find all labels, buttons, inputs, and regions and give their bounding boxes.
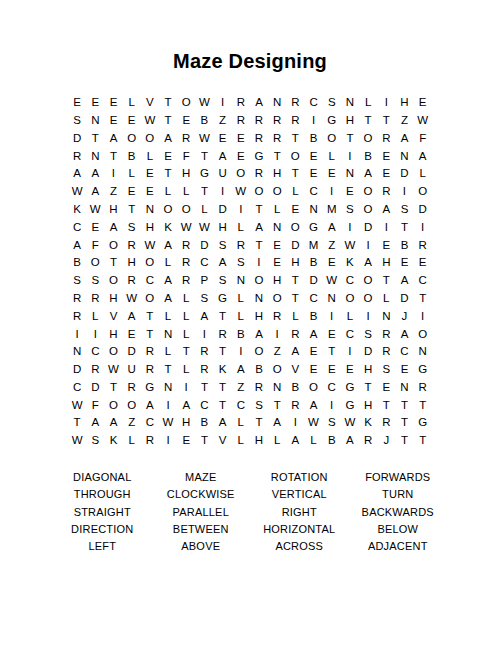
grid-cell[interactable]: O [123, 397, 141, 415]
grid-cell[interactable]: N [395, 379, 413, 397]
grid-cell[interactable]: C [304, 290, 322, 308]
grid-cell[interactable]: W [104, 361, 122, 379]
grid-cell[interactable]: R [177, 254, 195, 272]
grid-cell[interactable]: I [341, 343, 359, 361]
grid-cell[interactable]: H [214, 219, 232, 237]
grid-cell[interactable]: F [86, 236, 104, 254]
grid-cell[interactable]: I [250, 254, 268, 272]
grid-cell[interactable]: O [250, 343, 268, 361]
grid-cell[interactable]: R [250, 379, 268, 397]
grid-cell[interactable]: N [268, 379, 286, 397]
grid-cell[interactable]: E [304, 343, 322, 361]
grid-cell[interactable]: N [304, 201, 322, 219]
grid-cell[interactable]: O [232, 165, 250, 183]
grid-cell[interactable]: A [195, 308, 213, 326]
grid-cell[interactable]: O [286, 219, 304, 237]
grid-cell[interactable]: J [377, 432, 395, 450]
grid-cell[interactable]: A [268, 414, 286, 432]
grid-cell[interactable]: T [395, 219, 413, 237]
grid-cell[interactable]: E [323, 165, 341, 183]
grid-cell[interactable]: O [359, 272, 377, 290]
grid-cell[interactable]: E [68, 94, 86, 112]
grid-cell[interactable]: H [104, 325, 122, 343]
grid-cell[interactable]: W [159, 414, 177, 432]
grid-cell[interactable]: A [359, 254, 377, 272]
grid-cell[interactable]: A [86, 414, 104, 432]
grid-cell[interactable]: B [195, 112, 213, 130]
grid-cell[interactable]: N [232, 272, 250, 290]
grid-cell[interactable]: E [104, 112, 122, 130]
grid-cell[interactable]: R [250, 130, 268, 148]
grid-cell[interactable]: L [377, 290, 395, 308]
grid-cell[interactable]: S [341, 201, 359, 219]
grid-cell[interactable]: R [377, 414, 395, 432]
grid-cell[interactable]: C [414, 272, 432, 290]
grid-cell[interactable]: R [377, 183, 395, 201]
grid-cell[interactable]: T [359, 112, 377, 130]
grid-cell[interactable]: A [141, 397, 159, 415]
grid-cell[interactable]: A [86, 165, 104, 183]
grid-cell[interactable]: S [323, 414, 341, 432]
grid-cell[interactable]: E [268, 254, 286, 272]
grid-cell[interactable]: G [250, 147, 268, 165]
grid-cell[interactable]: L [232, 308, 250, 326]
grid-cell[interactable]: B [250, 361, 268, 379]
grid-cell[interactable]: Z [104, 183, 122, 201]
grid-cell[interactable]: I [323, 397, 341, 415]
grid-cell[interactable]: F [86, 397, 104, 415]
grid-cell[interactable]: D [359, 343, 377, 361]
grid-cell[interactable]: H [359, 397, 377, 415]
grid-cell[interactable]: T [86, 130, 104, 148]
grid-cell[interactable]: R [286, 112, 304, 130]
grid-cell[interactable]: T [414, 290, 432, 308]
grid-cell[interactable]: W [341, 236, 359, 254]
grid-cell[interactable]: R [123, 272, 141, 290]
grid-cell[interactable]: T [268, 147, 286, 165]
grid-cell[interactable]: W [232, 183, 250, 201]
grid-cell[interactable]: R [141, 361, 159, 379]
grid-cell[interactable]: O [104, 236, 122, 254]
grid-cell[interactable]: S [359, 325, 377, 343]
grid-cell[interactable]: O [268, 361, 286, 379]
grid-cell[interactable]: C [341, 272, 359, 290]
grid-cell[interactable]: C [304, 94, 322, 112]
grid-cell[interactable]: E [177, 112, 195, 130]
grid-cell[interactable]: C [232, 397, 250, 415]
grid-cell[interactable]: T [104, 379, 122, 397]
grid-cell[interactable]: T [159, 112, 177, 130]
grid-cell[interactable]: C [68, 379, 86, 397]
grid-cell[interactable]: E [377, 379, 395, 397]
grid-cell[interactable]: I [68, 325, 86, 343]
grid-cell[interactable]: S [377, 361, 395, 379]
grid-cell[interactable]: T [159, 361, 177, 379]
grid-cell[interactable]: W [141, 236, 159, 254]
grid-cell[interactable]: S [68, 272, 86, 290]
grid-cell[interactable]: A [159, 272, 177, 290]
grid-cell[interactable]: E [323, 325, 341, 343]
grid-cell[interactable]: D [68, 361, 86, 379]
grid-cell[interactable]: O [359, 130, 377, 148]
grid-cell[interactable]: A [86, 183, 104, 201]
grid-cell[interactable]: L [141, 147, 159, 165]
grid-cell[interactable]: L [177, 183, 195, 201]
grid-cell[interactable]: E [414, 254, 432, 272]
grid-cell[interactable]: D [414, 201, 432, 219]
grid-cell[interactable]: C [141, 414, 159, 432]
grid-cell[interactable]: A [323, 219, 341, 237]
grid-cell[interactable]: Z [232, 379, 250, 397]
grid-cell[interactable]: O [268, 183, 286, 201]
grid-cell[interactable]: W [341, 414, 359, 432]
grid-cell[interactable]: A [68, 165, 86, 183]
grid-cell[interactable]: T [395, 397, 413, 415]
grid-cell[interactable]: B [232, 325, 250, 343]
grid-cell[interactable]: T [323, 343, 341, 361]
grid-cell[interactable]: T [377, 112, 395, 130]
grid-cell[interactable]: A [214, 254, 232, 272]
grid-cell[interactable]: T [159, 165, 177, 183]
grid-cell[interactable]: E [377, 147, 395, 165]
grid-cell[interactable]: R [177, 130, 195, 148]
grid-cell[interactable]: Z [395, 112, 413, 130]
grid-cell[interactable]: E [159, 147, 177, 165]
grid-cell[interactable]: W [195, 94, 213, 112]
grid-cell[interactable]: O [250, 183, 268, 201]
grid-cell[interactable]: W [177, 219, 195, 237]
grid-cell[interactable]: L [286, 183, 304, 201]
grid-cell[interactable]: O [141, 254, 159, 272]
grid-cell[interactable]: R [195, 361, 213, 379]
grid-cell[interactable]: L [159, 308, 177, 326]
grid-cell[interactable]: N [86, 147, 104, 165]
grid-cell[interactable]: C [395, 343, 413, 361]
grid-cell[interactable]: N [268, 219, 286, 237]
grid-cell[interactable]: R [377, 325, 395, 343]
grid-cell[interactable]: F [177, 147, 195, 165]
grid-cell[interactable]: A [104, 414, 122, 432]
grid-cell[interactable]: L [177, 308, 195, 326]
grid-cell[interactable]: L [195, 201, 213, 219]
grid-cell[interactable]: D [68, 130, 86, 148]
grid-cell[interactable]: S [250, 397, 268, 415]
grid-cell[interactable]: L [123, 432, 141, 450]
grid-cell[interactable]: E [341, 183, 359, 201]
grid-cell[interactable]: L [341, 308, 359, 326]
grid-cell[interactable]: H [359, 361, 377, 379]
grid-cell[interactable]: I [286, 414, 304, 432]
grid-cell[interactable]: W [195, 219, 213, 237]
grid-cell[interactable]: A [286, 343, 304, 361]
grid-cell[interactable]: H [268, 165, 286, 183]
grid-cell[interactable]: M [304, 236, 322, 254]
grid-cell[interactable]: R [232, 236, 250, 254]
grid-cell[interactable]: B [359, 147, 377, 165]
grid-cell[interactable]: L [86, 308, 104, 326]
grid-cell[interactable]: C [195, 254, 213, 272]
grid-cell[interactable]: N [395, 147, 413, 165]
grid-cell[interactable]: A [377, 201, 395, 219]
grid-cell[interactable]: H [268, 272, 286, 290]
grid-cell[interactable]: O [159, 201, 177, 219]
grid-cell[interactable]: I [341, 147, 359, 165]
grid-cell[interactable]: V [214, 432, 232, 450]
grid-cell[interactable]: E [377, 236, 395, 254]
grid-cell[interactable]: E [141, 165, 159, 183]
grid-cell[interactable]: W [123, 290, 141, 308]
grid-cell[interactable]: G [414, 361, 432, 379]
grid-cell[interactable]: O [268, 290, 286, 308]
grid-cell[interactable]: O [286, 147, 304, 165]
grid-cell[interactable]: S [395, 201, 413, 219]
grid-cell[interactable]: C [68, 219, 86, 237]
grid-cell[interactable]: L [159, 254, 177, 272]
grid-cell[interactable]: R [123, 236, 141, 254]
grid-cell[interactable]: H [141, 219, 159, 237]
grid-cell[interactable]: K [214, 361, 232, 379]
grid-cell[interactable]: O [123, 130, 141, 148]
grid-cell[interactable]: E [177, 432, 195, 450]
grid-cell[interactable]: O [323, 130, 341, 148]
grid-cell[interactable]: L [159, 183, 177, 201]
grid-cell[interactable]: A [250, 94, 268, 112]
grid-cell[interactable]: A [159, 130, 177, 148]
grid-cell[interactable]: A [359, 165, 377, 183]
grid-cell[interactable]: A [104, 219, 122, 237]
grid-cell[interactable]: T [159, 94, 177, 112]
grid-cell[interactable]: W [195, 130, 213, 148]
grid-cell[interactable]: R [68, 290, 86, 308]
grid-cell[interactable]: I [414, 219, 432, 237]
grid-cell[interactable]: E [414, 94, 432, 112]
grid-cell[interactable]: R [86, 361, 104, 379]
grid-cell[interactable]: H [341, 112, 359, 130]
grid-cell[interactable]: L [414, 165, 432, 183]
grid-cell[interactable]: R [414, 379, 432, 397]
grid-cell[interactable]: G [323, 112, 341, 130]
grid-cell[interactable]: R [268, 130, 286, 148]
grid-cell[interactable]: R [177, 272, 195, 290]
grid-cell[interactable]: F [414, 130, 432, 148]
grid-cell[interactable]: T [395, 432, 413, 450]
grid-cell[interactable]: E [104, 94, 122, 112]
grid-cell[interactable]: A [395, 130, 413, 148]
grid-cell[interactable]: I [86, 325, 104, 343]
grid-cell[interactable]: R [414, 236, 432, 254]
grid-cell[interactable]: Z [268, 343, 286, 361]
grid-cell[interactable]: G [141, 379, 159, 397]
grid-cell[interactable]: T [414, 397, 432, 415]
grid-cell[interactable]: T [68, 414, 86, 432]
grid-cell[interactable]: T [177, 343, 195, 361]
grid-cell[interactable]: H [395, 94, 413, 112]
grid-cell[interactable]: O [359, 183, 377, 201]
grid-cell[interactable]: R [377, 130, 395, 148]
grid-cell[interactable]: T [250, 414, 268, 432]
grid-cell[interactable]: A [395, 272, 413, 290]
grid-cell[interactable]: R [177, 236, 195, 254]
grid-cell[interactable]: V [141, 94, 159, 112]
grid-cell[interactable]: L [159, 343, 177, 361]
grid-cell[interactable]: G [341, 379, 359, 397]
grid-cell[interactable]: T [141, 325, 159, 343]
grid-cell[interactable]: O [177, 94, 195, 112]
grid-cell[interactable]: Z [214, 112, 232, 130]
grid-cell[interactable]: E [232, 147, 250, 165]
grid-cell[interactable]: R [250, 165, 268, 183]
grid-cell[interactable]: L [323, 147, 341, 165]
grid-cell[interactable]: T [359, 379, 377, 397]
grid-cell[interactable]: T [123, 201, 141, 219]
grid-cell[interactable]: H [250, 432, 268, 450]
grid-cell[interactable]: I [159, 432, 177, 450]
grid-cell[interactable]: E [323, 361, 341, 379]
grid-cell[interactable]: L [177, 325, 195, 343]
grid-cell[interactable]: O [177, 201, 195, 219]
grid-cell[interactable]: E [86, 219, 104, 237]
grid-cell[interactable]: T [286, 165, 304, 183]
grid-cell[interactable]: C [323, 379, 341, 397]
grid-cell[interactable]: R [268, 112, 286, 130]
grid-cell[interactable]: W [68, 432, 86, 450]
grid-cell[interactable]: R [68, 308, 86, 326]
grid-cell[interactable]: T [214, 379, 232, 397]
grid-cell[interactable]: L [286, 308, 304, 326]
grid-cell[interactable]: E [304, 361, 322, 379]
grid-cell[interactable]: N [159, 379, 177, 397]
grid-cell[interactable]: L [304, 432, 322, 450]
grid-cell[interactable]: R [195, 343, 213, 361]
grid-cell[interactable]: T [195, 432, 213, 450]
grid-cell[interactable]: R [286, 397, 304, 415]
grid-cell[interactable]: E [304, 165, 322, 183]
grid-cell[interactable]: A [214, 147, 232, 165]
grid-cell[interactable]: U [123, 361, 141, 379]
grid-cell[interactable]: A [286, 432, 304, 450]
grid-cell[interactable]: B [123, 147, 141, 165]
grid-cell[interactable]: T [286, 290, 304, 308]
grid-cell[interactable]: H [250, 308, 268, 326]
grid-cell[interactable]: L [232, 432, 250, 450]
grid-cell[interactable]: S [232, 254, 250, 272]
grid-cell[interactable]: E [123, 183, 141, 201]
grid-cell[interactable]: U [214, 165, 232, 183]
grid-cell[interactable]: S [86, 272, 104, 290]
grid-cell[interactable]: N [341, 94, 359, 112]
grid-cell[interactable]: E [123, 112, 141, 130]
grid-cell[interactable]: L [268, 201, 286, 219]
grid-cell[interactable]: I [377, 94, 395, 112]
grid-cell[interactable]: R [359, 432, 377, 450]
grid-cell[interactable]: E [377, 165, 395, 183]
grid-cell[interactable]: O [104, 272, 122, 290]
grid-cell[interactable]: D [123, 343, 141, 361]
grid-cell[interactable]: T [195, 379, 213, 397]
grid-cell[interactable]: N [159, 325, 177, 343]
grid-cell[interactable]: D [286, 236, 304, 254]
grid-cell[interactable]: K [359, 414, 377, 432]
grid-cell[interactable]: B [395, 236, 413, 254]
grid-cell[interactable]: I [395, 183, 413, 201]
grid-cell[interactable]: E [123, 325, 141, 343]
grid-cell[interactable]: N [141, 201, 159, 219]
grid-cell[interactable]: R [123, 379, 141, 397]
grid-cell[interactable]: T [195, 147, 213, 165]
grid-cell[interactable]: S [68, 112, 86, 130]
grid-cell[interactable]: A [159, 290, 177, 308]
grid-cell[interactable]: E [323, 254, 341, 272]
grid-cell[interactable]: A [123, 308, 141, 326]
grid-cell[interactable]: E [395, 254, 413, 272]
grid-cell[interactable]: T [104, 147, 122, 165]
grid-cell[interactable]: A [68, 236, 86, 254]
grid-cell[interactable]: R [141, 432, 159, 450]
grid-cell[interactable]: H [104, 201, 122, 219]
grid-cell[interactable]: I [341, 219, 359, 237]
grid-cell[interactable]: W [68, 397, 86, 415]
grid-cell[interactable]: T [214, 343, 232, 361]
grid-cell[interactable]: N [377, 308, 395, 326]
grid-cell[interactable]: T [377, 397, 395, 415]
grid-cell[interactable]: O [250, 272, 268, 290]
grid-cell[interactable]: E [214, 130, 232, 148]
grid-cell[interactable]: E [268, 236, 286, 254]
grid-cell[interactable]: S [86, 432, 104, 450]
grid-cell[interactable]: L [123, 94, 141, 112]
grid-cell[interactable]: W [68, 183, 86, 201]
grid-cell[interactable]: R [141, 343, 159, 361]
grid-cell[interactable]: T [414, 432, 432, 450]
grid-cell[interactable]: L [232, 219, 250, 237]
grid-cell[interactable]: I [104, 165, 122, 183]
grid-cell[interactable]: B [68, 254, 86, 272]
grid-cell[interactable]: D [195, 236, 213, 254]
grid-cell[interactable]: R [214, 325, 232, 343]
grid-cell[interactable]: B [304, 130, 322, 148]
grid-cell[interactable]: O [414, 183, 432, 201]
grid-cell[interactable]: I [304, 112, 322, 130]
grid-cell[interactable]: N [341, 165, 359, 183]
grid-cell[interactable]: V [104, 308, 122, 326]
grid-cell[interactable]: B [286, 379, 304, 397]
grid-cell[interactable]: I [414, 308, 432, 326]
grid-cell[interactable]: T [268, 397, 286, 415]
grid-cell[interactable]: R [232, 112, 250, 130]
grid-cell[interactable]: K [341, 254, 359, 272]
grid-cell[interactable]: H [286, 254, 304, 272]
grid-cell[interactable]: K [159, 219, 177, 237]
grid-cell[interactable]: I [214, 183, 232, 201]
grid-cell[interactable]: O [104, 343, 122, 361]
grid-cell[interactable]: L [359, 94, 377, 112]
grid-cell[interactable]: C [304, 183, 322, 201]
grid-cell[interactable]: O [359, 201, 377, 219]
grid-cell[interactable]: R [286, 325, 304, 343]
grid-cell[interactable]: I [214, 94, 232, 112]
grid-cell[interactable]: A [177, 397, 195, 415]
grid-cell[interactable]: I [359, 308, 377, 326]
grid-cell[interactable]: D [214, 201, 232, 219]
grid-cell[interactable]: T [141, 308, 159, 326]
grid-cell[interactable]: D [304, 272, 322, 290]
grid-cell[interactable]: V [286, 361, 304, 379]
grid-cell[interactable]: N [250, 290, 268, 308]
grid-cell[interactable]: E [232, 130, 250, 148]
grid-cell[interactable]: A [304, 397, 322, 415]
grid-cell[interactable]: D [359, 219, 377, 237]
grid-cell[interactable]: A [232, 361, 250, 379]
